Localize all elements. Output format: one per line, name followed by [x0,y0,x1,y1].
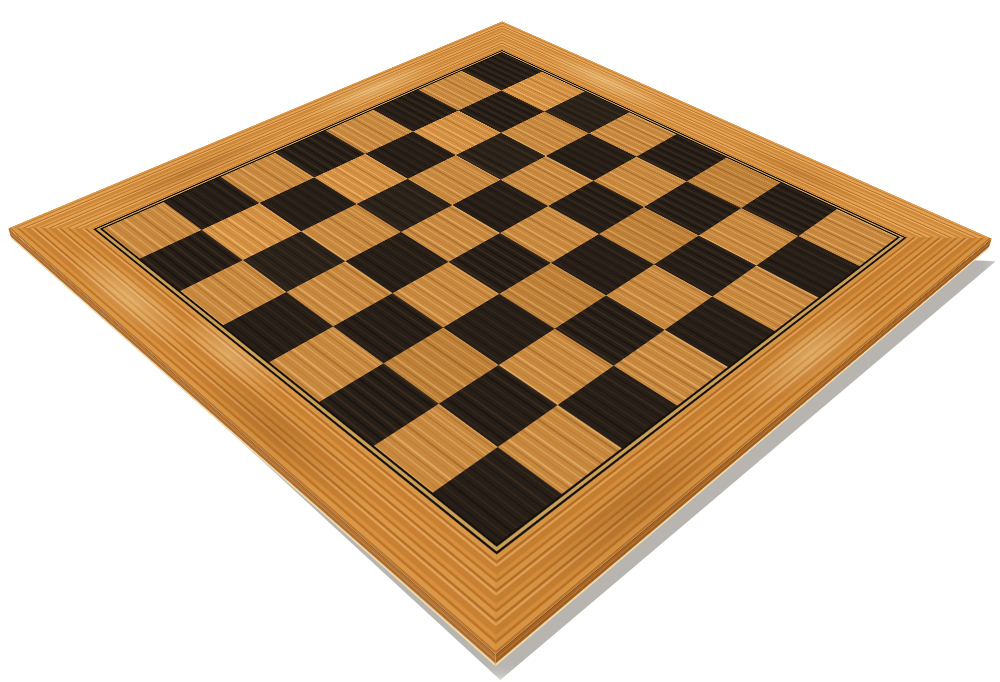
pinstripe-light [96,51,903,551]
square-r8c4[interactable] [223,292,333,362]
square-r7c4[interactable] [286,261,392,326]
square-r8c6[interactable] [319,363,438,445]
square-r5c5[interactable] [448,233,551,294]
square-r6c4[interactable] [346,232,449,293]
scene [0,0,1000,682]
chessboard [9,21,992,654]
square-r8c8[interactable] [432,447,562,544]
square-r5c8[interactable] [613,330,728,406]
square-r6c6[interactable] [444,294,554,364]
square-r5c6[interactable] [499,263,605,329]
square-r6c5[interactable] [393,262,499,327]
chessboard-grid [103,53,898,544]
square-r8c2[interactable] [140,230,243,291]
pinstripe-outer-dark [93,50,906,554]
square-r6c8[interactable] [558,366,677,448]
square-r8c3[interactable] [180,260,286,325]
board-camera-roll [0,0,1000,682]
square-r7c6[interactable] [384,327,499,403]
square-r4c8[interactable] [665,296,775,367]
square-r7c8[interactable] [498,405,622,494]
square-r6c7[interactable] [499,329,614,405]
square-r5c7[interactable] [554,295,664,366]
square-r8c5[interactable] [269,326,384,402]
pinstripe-inner-dark [100,52,900,547]
square-r8c7[interactable] [374,403,498,492]
square-r7c3[interactable] [243,231,346,292]
square-r4c6[interactable] [551,234,654,295]
square-r3c8[interactable] [712,265,818,331]
square-r4c7[interactable] [606,264,712,330]
square-r2c8[interactable] [757,236,860,297]
square-r3c7[interactable] [654,235,757,296]
square-r7c7[interactable] [439,365,558,447]
square-r7c5[interactable] [333,293,443,363]
